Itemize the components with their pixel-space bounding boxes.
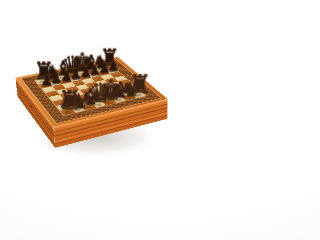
piece-white-rook: ♜ <box>54 88 83 114</box>
box-clasp <box>30 104 32 109</box>
chess-set-scene: ♜♞♝♛♚♝♞♜♟♟♟♟♟♟♟♟♟♟♟♟♟♟♟♟♜♞♝♛♚♝♞♜ <box>0 0 200 200</box>
box-lid-top: ♜♞♝♛♚♝♞♜♟♟♟♟♟♟♟♟♟♟♟♟♟♟♟♟♜♞♝♛♚♝♞♜ <box>15 57 167 127</box>
piece-black-pawn: ♟ <box>33 73 60 87</box>
